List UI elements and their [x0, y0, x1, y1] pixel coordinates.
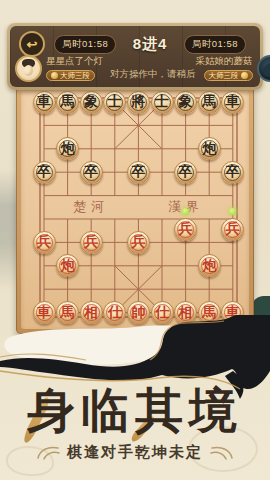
- piece-black-chariot[interactable]: 車: [33, 91, 56, 114]
- rank-medal-icon: [51, 72, 58, 79]
- piece-glyph: 車: [226, 95, 240, 109]
- banner-title: 身临其境: [0, 383, 270, 438]
- top-bar: ↩ 局时01:58 8进4 局时01:58 星星点了个灯 大师三段: [7, 23, 263, 90]
- black-player-info: 星星点了个灯 大师三段: [46, 55, 103, 81]
- red-player-rank: 大师三段: [209, 71, 239, 81]
- piece-black-cannon[interactable]: 炮: [56, 137, 79, 160]
- piece-glyph: 兵: [226, 222, 240, 236]
- piece-glyph: 卒: [131, 165, 145, 179]
- piece-glyph: 士: [108, 95, 122, 109]
- black-player-rank: 大师三段: [60, 71, 90, 81]
- piece-red-soldier[interactable]: 兵: [174, 218, 197, 241]
- piece-glyph: 炮: [202, 259, 216, 273]
- board-pieces: 車馬象士將士象馬車炮炮卒卒卒卒卒兵兵兵兵兵炮炮車馬相仕帥仕相馬車: [21, 91, 249, 329]
- piece-black-horse[interactable]: 馬: [56, 91, 79, 114]
- piece-glyph: 卒: [84, 165, 98, 179]
- piece-glyph: 兵: [131, 235, 145, 249]
- xiangqi-board[interactable]: 楚河 漢界 車馬象士將士象馬車炮炮卒卒卒卒卒兵兵兵兵兵炮炮車馬相仕帥仕相馬車: [16, 86, 254, 334]
- hint-dot: [229, 208, 236, 215]
- piece-red-soldier[interactable]: 兵: [80, 231, 103, 254]
- black-player-rank-badge: 大师三段: [46, 70, 95, 81]
- piece-black-chariot[interactable]: 車: [221, 91, 244, 114]
- banner-subtitle: 棋逢对手乾坤未定: [67, 443, 203, 462]
- rank-medal-icon: [241, 72, 248, 79]
- black-player-avatar[interactable]: [15, 55, 42, 82]
- stage-label: 8进4: [125, 35, 174, 54]
- piece-glyph: 兵: [37, 235, 51, 249]
- hint-dot: [182, 208, 189, 215]
- piece-black-elephant[interactable]: 象: [80, 91, 103, 114]
- right-timer: 局时01:58: [184, 35, 246, 54]
- piece-glyph: 馬: [202, 95, 216, 109]
- piece-glyph: 炮: [202, 142, 216, 156]
- flourish-left-icon: [36, 445, 60, 461]
- piece-red-cannon[interactable]: 炮: [198, 254, 221, 277]
- piece-black-advisor[interactable]: 士: [151, 91, 174, 114]
- background-painting-left: [0, 170, 17, 290]
- piece-black-horse[interactable]: 馬: [198, 91, 221, 114]
- piece-glyph: 炮: [61, 142, 75, 156]
- red-player-rank-badge: 大师三段: [204, 70, 253, 81]
- piece-glyph: 馬: [61, 95, 75, 109]
- red-player-badge-row: 大师三段: [204, 70, 253, 81]
- piece-black-advisor[interactable]: 士: [103, 91, 126, 114]
- piece-black-soldier[interactable]: 卒: [127, 161, 150, 184]
- red-player-avatar[interactable]: [257, 55, 271, 82]
- game-screen: ↩ 局时01:58 8进4 局时01:58 星星点了个灯 大师三段: [0, 0, 270, 480]
- red-player-info: 采姑娘的蘑菇 大师三段: [196, 55, 253, 81]
- piece-glyph: 炮: [61, 259, 75, 273]
- piece-glyph: 兵: [179, 222, 193, 236]
- piece-glyph: 車: [37, 95, 51, 109]
- piece-black-soldier[interactable]: 卒: [33, 161, 56, 184]
- black-player-name: 星星点了个灯: [46, 55, 103, 68]
- banner-subtitle-row: 棋逢对手乾坤未定: [0, 443, 270, 462]
- piece-glyph: 將: [131, 95, 145, 109]
- piece-red-soldier[interactable]: 兵: [127, 231, 150, 254]
- top-bar-row-players: 星星点了个灯 大师三段 对方操作中，请稍后 采姑娘的蘑菇 大师三段: [10, 53, 260, 83]
- red-player-name: 采姑娘的蘑菇: [196, 55, 253, 68]
- piece-black-soldier[interactable]: 卒: [80, 161, 103, 184]
- piece-red-soldier[interactable]: 兵: [33, 231, 56, 254]
- piece-black-soldier[interactable]: 卒: [221, 161, 244, 184]
- left-timer: 局时01:58: [54, 35, 116, 54]
- piece-black-elephant[interactable]: 象: [174, 91, 197, 114]
- flourish-right-icon: [210, 445, 234, 461]
- piece-red-soldier[interactable]: 兵: [221, 218, 244, 241]
- piece-black-cannon[interactable]: 炮: [198, 137, 221, 160]
- piece-glyph: 卒: [179, 165, 193, 179]
- back-arrow-icon: ↩: [27, 37, 38, 52]
- piece-glyph: 兵: [84, 235, 98, 249]
- top-bar-wood-panel: ↩ 局时01:58 8进4 局时01:58 星星点了个灯 大师三段: [10, 26, 260, 87]
- piece-glyph: 卒: [37, 165, 51, 179]
- banner: 身临其境 棋逢对手乾坤未定: [0, 383, 270, 462]
- piece-glyph: 士: [155, 95, 169, 109]
- piece-red-cannon[interactable]: 炮: [56, 254, 79, 277]
- piece-glyph: 象: [179, 95, 193, 109]
- piece-black-general[interactable]: 將: [127, 91, 150, 114]
- turn-status-text: 对方操作中，请稍后: [110, 68, 196, 81]
- piece-glyph: 卒: [226, 165, 240, 179]
- piece-black-soldier[interactable]: 卒: [174, 161, 197, 184]
- black-player-badge-row: 大师三段: [46, 70, 103, 81]
- piece-glyph: 象: [84, 95, 98, 109]
